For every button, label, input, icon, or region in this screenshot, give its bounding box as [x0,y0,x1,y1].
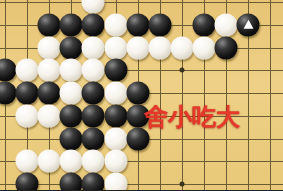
black-stone [0,59,17,82]
black-stone [148,13,171,36]
black-stone [60,104,83,127]
white-stone [126,36,149,59]
star-point [179,68,184,73]
black-stone [60,173,83,191]
black-stone [104,59,127,82]
white-stone [82,59,105,82]
black-stone [0,82,17,105]
star-point [179,182,184,187]
white-stone [16,104,39,127]
grid-line-h [0,184,283,185]
white-stone [104,36,127,59]
white-stone [60,82,83,105]
black-stone [82,13,105,36]
black-stone [104,104,127,127]
black-stone [38,13,61,36]
white-stone [148,36,171,59]
black-stone [126,82,149,105]
black-stone [60,36,83,59]
black-stone [215,36,238,59]
white-stone [60,59,83,82]
marked-black-stone [237,13,260,36]
black-stone [16,173,39,191]
triangle-marker-icon [243,20,253,29]
white-stone [60,150,83,173]
white-stone [104,13,127,36]
white-stone [38,36,61,59]
white-stone [38,104,61,127]
white-stone [104,82,127,105]
go-board[interactable]: 舍小吃大 [0,0,283,190]
black-stone [82,82,105,105]
grid-line-h [0,2,283,3]
black-stone [82,127,105,150]
black-stone [126,13,149,36]
lesson-caption: 舍小吃大 [144,105,240,129]
white-stone [16,150,39,173]
white-stone [104,150,127,173]
black-stone [38,82,61,105]
black-stone [82,173,105,191]
white-stone [104,127,127,150]
white-stone [170,36,193,59]
black-stone [82,104,105,127]
white-stone [104,173,127,191]
white-stone [215,13,238,36]
white-stone [82,36,105,59]
black-stone [192,13,215,36]
white-stone [82,150,105,173]
black-stone [16,82,39,105]
white-stone [38,150,61,173]
white-stone [16,59,39,82]
black-stone [60,13,83,36]
white-stone [82,0,105,14]
black-stone [60,127,83,150]
white-stone [192,36,215,59]
white-stone [38,59,61,82]
